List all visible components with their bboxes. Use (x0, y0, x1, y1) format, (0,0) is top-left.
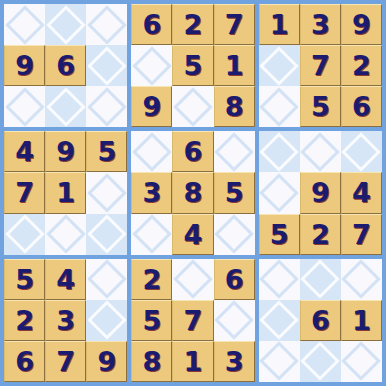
diamond-icon (301, 259, 341, 299)
box-r2c1: 49571 (4, 131, 127, 254)
cell-r8c1: 2 (4, 300, 45, 341)
cell-r7c6: 6 (214, 259, 255, 300)
diamond-icon (259, 173, 299, 213)
cell-r2c1: 9 (4, 45, 45, 86)
cell-r7c4: 2 (131, 259, 172, 300)
cell-r7c8[interactable] (300, 259, 341, 300)
cell-r6c6[interactable] (214, 214, 255, 255)
diamond-icon (259, 342, 299, 382)
cell-r5c2: 1 (45, 172, 86, 213)
cell-r8c7[interactable] (259, 300, 300, 341)
box-r1c2: 6275198 (131, 4, 254, 127)
box-r3c1: 5423679 (4, 259, 127, 382)
cell-r2c4[interactable] (131, 45, 172, 86)
diamond-icon (132, 46, 172, 86)
cell-r4c5: 6 (172, 131, 213, 172)
diamond-icon (259, 301, 299, 341)
diamond-icon (87, 5, 127, 45)
cell-r5c7[interactable] (259, 172, 300, 213)
cell-r5c6: 5 (214, 172, 255, 213)
cell-r6c4[interactable] (131, 214, 172, 255)
cell-r6c9: 7 (341, 214, 382, 255)
diamond-icon (342, 132, 382, 172)
cell-r4c9[interactable] (341, 131, 382, 172)
cell-r9c1: 6 (4, 341, 45, 382)
diamond-icon (173, 87, 213, 127)
diamond-icon (214, 301, 254, 341)
cell-r9c7[interactable] (259, 341, 300, 382)
cell-r6c7: 5 (259, 214, 300, 255)
box-r3c2: 2657813 (131, 259, 254, 382)
box-r2c2: 63854 (131, 131, 254, 254)
diamond-icon (87, 259, 127, 299)
cell-r5c4: 3 (131, 172, 172, 213)
diamond-icon (214, 132, 254, 172)
diamond-icon (46, 5, 86, 45)
box-r3c3: 61 (259, 259, 382, 382)
cell-r8c6[interactable] (214, 300, 255, 341)
cell-r4c7[interactable] (259, 131, 300, 172)
cell-r3c9: 6 (341, 86, 382, 127)
cell-r4c6[interactable] (214, 131, 255, 172)
diamond-icon (342, 342, 382, 382)
diamond-icon (173, 259, 213, 299)
cell-r1c3[interactable] (86, 4, 127, 45)
diamond-icon (87, 46, 127, 86)
diamond-icon (259, 132, 299, 172)
cell-r2c3[interactable] (86, 45, 127, 86)
cell-r3c6: 8 (214, 86, 255, 127)
cell-r7c2: 4 (45, 259, 86, 300)
cell-r1c8: 3 (300, 4, 341, 45)
cell-r1c4: 6 (131, 4, 172, 45)
box-r2c3: 94527 (259, 131, 382, 254)
cell-r5c8: 9 (300, 172, 341, 213)
cell-r3c8: 5 (300, 86, 341, 127)
cell-r7c3[interactable] (86, 259, 127, 300)
cell-r1c7: 1 (259, 4, 300, 45)
box-r1c1: 96 (4, 4, 127, 127)
diamond-icon (214, 214, 254, 254)
cell-r8c3[interactable] (86, 300, 127, 341)
cell-r3c4: 9 (131, 86, 172, 127)
cell-r9c4: 8 (131, 341, 172, 382)
diamond-icon (132, 132, 172, 172)
cell-r2c7[interactable] (259, 45, 300, 86)
diamond-icon (259, 46, 299, 86)
diamond-icon (301, 342, 341, 382)
cell-r6c3[interactable] (86, 214, 127, 255)
cell-r7c7[interactable] (259, 259, 300, 300)
cell-r2c2: 6 (45, 45, 86, 86)
cell-r4c8[interactable] (300, 131, 341, 172)
diamond-icon (259, 259, 299, 299)
cell-r7c5[interactable] (172, 259, 213, 300)
cell-r8c2: 3 (45, 300, 86, 341)
cell-r6c8: 2 (300, 214, 341, 255)
cell-r8c8: 6 (300, 300, 341, 341)
cell-r2c5: 5 (172, 45, 213, 86)
cell-r7c1: 5 (4, 259, 45, 300)
diamond-icon (5, 214, 45, 254)
cell-r1c5: 2 (172, 4, 213, 45)
sudoku-board: 9662751981397256495716385494527542367926… (0, 0, 386, 386)
cell-r1c2[interactable] (45, 4, 86, 45)
diamond-icon (87, 87, 127, 127)
diamond-icon (132, 214, 172, 254)
box-r1c3: 1397256 (259, 4, 382, 127)
cell-r9c5: 1 (172, 341, 213, 382)
diamond-icon (301, 132, 341, 172)
cell-r8c4: 5 (131, 300, 172, 341)
cell-r2c8: 7 (300, 45, 341, 86)
cell-r7c9[interactable] (341, 259, 382, 300)
diamond-icon (87, 214, 127, 254)
diamond-icon (259, 87, 299, 127)
cell-r5c3[interactable] (86, 172, 127, 213)
cell-r5c1: 7 (4, 172, 45, 213)
cell-r9c3: 9 (86, 341, 127, 382)
cell-r3c3[interactable] (86, 86, 127, 127)
cell-r3c1[interactable] (4, 86, 45, 127)
diamond-icon (5, 5, 45, 45)
cell-r4c1: 4 (4, 131, 45, 172)
cell-r9c8[interactable] (300, 341, 341, 382)
cell-r6c5: 4 (172, 214, 213, 255)
cell-r9c9[interactable] (341, 341, 382, 382)
cell-r5c5: 8 (172, 172, 213, 213)
cell-r4c4[interactable] (131, 131, 172, 172)
cell-r8c5: 7 (172, 300, 213, 341)
diamond-icon (342, 259, 382, 299)
cell-r2c9: 2 (341, 45, 382, 86)
cell-r3c2[interactable] (45, 86, 86, 127)
cell-r6c2[interactable] (45, 214, 86, 255)
diamond-icon (46, 214, 86, 254)
cell-r1c9: 9 (341, 4, 382, 45)
diamond-icon (87, 173, 127, 213)
cell-r9c2: 7 (45, 341, 86, 382)
cell-r4c3: 5 (86, 131, 127, 172)
cell-r9c6: 3 (214, 341, 255, 382)
cell-r6c1[interactable] (4, 214, 45, 255)
cell-r8c9: 1 (341, 300, 382, 341)
diamond-icon (5, 87, 45, 127)
diamond-icon (87, 301, 127, 341)
cell-r1c1[interactable] (4, 4, 45, 45)
cell-r4c2: 9 (45, 131, 86, 172)
cell-r5c9: 4 (341, 172, 382, 213)
cell-r3c5[interactable] (172, 86, 213, 127)
cell-r3c7[interactable] (259, 86, 300, 127)
diamond-icon (46, 87, 86, 127)
cell-r1c6: 7 (214, 4, 255, 45)
cell-r2c6: 1 (214, 45, 255, 86)
